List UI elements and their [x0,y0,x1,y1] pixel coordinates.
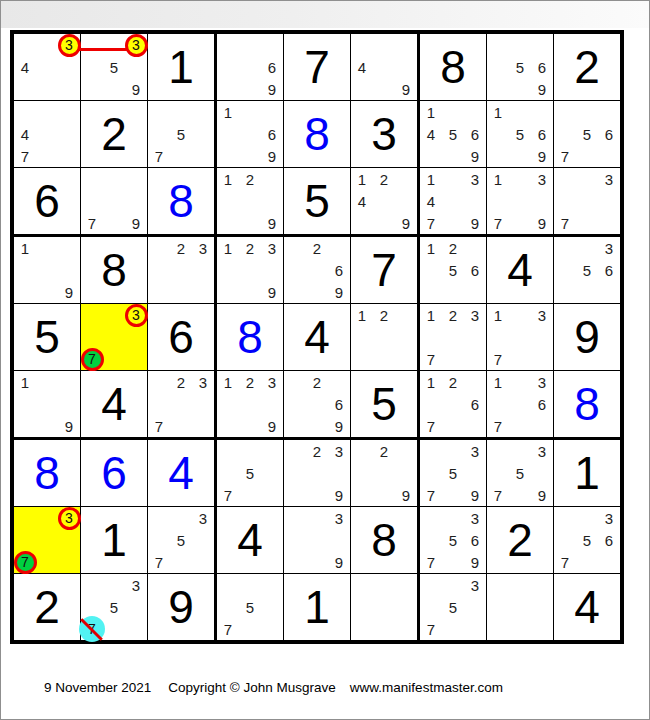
cell-r4c3[interactable]: 23 [148,237,217,304]
cell-r6c1[interactable]: 19 [14,371,81,440]
given-digit: 1 [284,574,350,640]
strike-line [80,618,103,641]
candidate-2: 2 [442,371,464,393]
cell-r5c9[interactable]: 9 [554,304,620,371]
candidate-9: 9 [464,484,486,506]
candidate-9: 9 [395,212,417,234]
candidate-7: 7 [420,551,442,573]
candidate-9: 9 [261,415,283,437]
candidate-6: 6 [328,259,350,281]
cell-r2c1[interactable]: 47 [14,101,81,168]
footer-copyright: Copyright © John Musgrave [168,680,336,695]
candidate-3: 3 [328,507,350,529]
candidate-2: 2 [373,168,395,190]
cell-r4c9[interactable]: 356 [554,237,620,304]
candidates: 569 [487,34,553,100]
candidate-5: 5 [170,123,192,145]
candidates: 57 [148,101,214,167]
cell-r5c1[interactable]: 5 [14,304,81,371]
candidate-1: 1 [487,371,509,393]
cell-r9c1[interactable]: 2 [14,574,81,640]
candidate-5: 5 [442,596,464,618]
footer-website: www.manifestmaster.com [350,680,503,695]
solved-digit: 8 [554,371,620,437]
candidate-4: 4 [420,190,442,212]
given-digit: 5 [14,304,80,370]
candidate-1: 1 [420,168,442,190]
candidate-5: 5 [576,259,598,281]
candidates: 57 [217,574,283,640]
candidates: 269 [284,237,350,303]
candidate-7: 7 [148,551,170,573]
given-digit: 9 [148,574,214,640]
candidate-3: 3 [531,440,553,462]
candidate-1: 1 [14,371,36,393]
candidate-9: 9 [531,145,553,167]
candidate-9: 9 [58,281,80,303]
candidate-3: 3 [192,371,214,393]
candidate-9: 9 [328,484,350,506]
candidate-9: 9 [531,78,553,100]
given-digit: 2 [14,574,80,640]
candidates: 79 [81,168,147,234]
solved-digit: 8 [284,101,350,167]
circled-candidate-3: 3 [125,304,148,327]
candidate-6: 6 [261,123,283,145]
cell-r9c6[interactable] [351,574,420,640]
candidate-4: 4 [14,123,36,145]
candidate-7: 7 [148,145,170,167]
cell-r2c8[interactable]: 1569 [487,101,554,168]
candidate-7: 7 [420,415,442,437]
circled-candidate-3: 3 [125,34,148,57]
cell-r8c1[interactable]: 37 [14,507,81,574]
cell-r6c6[interactable]: 5 [351,371,420,440]
top-gradient-bar [1,1,649,28]
candidate-1: 1 [420,237,442,259]
candidate-3: 3 [328,440,350,462]
candidate-1: 1 [420,304,442,326]
cell-r6c2[interactable]: 4 [81,371,148,440]
candidates: 137 [487,304,553,370]
solved-digit: 8 [148,168,214,234]
candidate-5: 5 [576,529,598,551]
cell-r1c7[interactable]: 8 [420,34,487,101]
cell-r7c3[interactable]: 4 [148,440,217,507]
given-digit: 6 [14,168,80,234]
cell-r9c9[interactable]: 4 [554,574,620,640]
given-digit: 3 [351,101,417,167]
candidate-2: 2 [373,440,395,462]
cell-r8c9[interactable]: 3567 [554,507,620,574]
candidate-7: 7 [217,618,239,640]
cell-r1c6[interactable]: 49 [351,34,420,101]
candidates: 1267 [420,371,486,437]
cell-r3c4[interactable]: 129 [217,168,284,237]
candidate-6: 6 [328,393,350,415]
given-digit: 8 [81,237,147,303]
candidate-1: 1 [420,101,442,123]
cell-r9c8[interactable] [487,574,554,640]
circled-candidate-7: 7 [81,348,104,371]
cell-r1c9[interactable]: 2 [554,34,620,101]
candidate-1: 1 [217,101,239,123]
candidate-7: 7 [217,484,239,506]
cell-r3c2[interactable]: 79 [81,168,148,237]
footer: 9 November 2021Copyright © John Musgrave… [44,680,503,695]
candidates: 34 [14,34,80,100]
candidates: 37 [14,507,80,573]
candidate-3: 3 [598,507,620,529]
cell-r9c5[interactable]: 1 [284,574,351,640]
cell-r4c6[interactable]: 7 [351,237,420,304]
candidate-7: 7 [487,348,509,370]
cell-r2c9[interactable]: 567 [554,101,620,168]
cell-r3c3[interactable]: 8 [148,168,217,237]
candidate-3: 3 [261,371,283,393]
candidates: 1239 [217,371,283,437]
given-digit: 4 [81,371,147,437]
given-digit: 6 [148,304,214,370]
candidate-6: 6 [531,393,553,415]
candidate-9: 9 [464,145,486,167]
candidate-5: 5 [442,529,464,551]
candidate-1: 1 [14,237,36,259]
candidates: 357 [420,574,486,640]
candidate-7: 7 [14,145,36,167]
page: 3435916974985692472571698314569156956767… [0,0,650,720]
candidates: 1256 [420,237,486,303]
candidate-9: 9 [261,78,283,100]
candidate-3: 3 [531,371,553,393]
candidates: 269 [284,371,350,437]
candidate-2: 2 [442,304,464,326]
candidates: 3579 [487,440,553,506]
candidate-9: 9 [395,484,417,506]
cell-r5c2[interactable]: 37 [81,304,148,371]
candidates: 1249 [351,168,417,234]
candidate-3: 3 [598,237,620,259]
given-digit: 4 [217,507,283,573]
candidate-2: 2 [170,237,192,259]
candidate-7: 7 [487,212,509,234]
candidates: 23 [148,237,214,303]
candidate-9: 9 [395,78,417,100]
candidate-3: 3 [598,168,620,190]
cell-r5c6[interactable]: 12 [351,304,420,371]
given-digit: 1 [148,34,214,100]
solved-digit: 4 [148,440,214,506]
candidate-1: 1 [217,168,239,190]
cell-r4c8[interactable]: 4 [487,237,554,304]
candidate-9: 9 [261,145,283,167]
candidate-5: 5 [170,529,192,551]
cell-r5c3[interactable]: 6 [148,304,217,371]
cell-r8c3[interactable]: 357 [148,507,217,574]
cell-r8c2[interactable]: 1 [81,507,148,574]
cell-r4c5[interactable]: 269 [284,237,351,304]
candidates: 1239 [217,237,283,303]
candidate-6: 6 [598,529,620,551]
candidate-1: 1 [487,304,509,326]
candidate-3: 3 [531,304,553,326]
given-digit: 5 [351,371,417,437]
given-digit: 1 [554,440,620,506]
candidate-2: 2 [442,237,464,259]
candidate-7: 7 [420,484,442,506]
cell-r1c1[interactable]: 34 [14,34,81,101]
candidate-1: 1 [217,371,239,393]
cell-r8c6[interactable]: 8 [351,507,420,574]
candidates: 129 [217,168,283,234]
cell-r3c8[interactable]: 1379 [487,168,554,237]
cell-r4c4[interactable]: 1239 [217,237,284,304]
candidate-5: 5 [442,462,464,484]
candidate-5: 5 [442,123,464,145]
cell-r6c9[interactable]: 8 [554,371,620,440]
candidate-3: 3 [464,440,486,462]
candidate-9: 9 [125,212,147,234]
circled-candidate-3: 3 [58,34,81,57]
cell-r7c8[interactable]: 3579 [487,440,554,507]
candidates: 3579 [420,440,486,506]
cell-r8c7[interactable]: 35679 [420,507,487,574]
candidate-7: 7 [554,145,576,167]
cell-r7c7[interactable]: 3579 [420,440,487,507]
candidate-5: 5 [239,462,261,484]
cell-r8c4[interactable]: 4 [217,507,284,574]
candidate-2: 2 [170,371,192,393]
cell-r1c8[interactable]: 569 [487,34,554,101]
candidate-7: 7 [420,618,442,640]
solved-digit: 8 [217,304,283,370]
candidate-6: 6 [531,123,553,145]
candidate-2: 2 [239,168,261,190]
candidate-3: 3 [125,574,147,596]
candidates: 1367 [487,371,553,437]
candidate-4: 4 [420,123,442,145]
given-digit: 9 [554,304,620,370]
given-digit: 8 [351,507,417,573]
candidate-9: 9 [125,78,147,100]
cell-r2c3[interactable]: 57 [148,101,217,168]
candidate-6: 6 [464,529,486,551]
candidate-7: 7 [487,484,509,506]
candidate-5: 5 [239,596,261,618]
candidate-5: 5 [509,56,531,78]
candidate-9: 9 [261,212,283,234]
given-digit: 4 [554,574,620,640]
candidate-6: 6 [464,393,486,415]
cell-r7c1[interactable]: 8 [14,440,81,507]
candidate-1: 1 [217,237,239,259]
cell-r9c7[interactable]: 357 [420,574,487,640]
cell-r6c4[interactable]: 1239 [217,371,284,440]
candidate-9: 9 [58,415,80,437]
candidates: 37 [554,168,620,234]
cell-r4c2[interactable]: 8 [81,237,148,304]
candidates: 357 [148,507,214,573]
candidates: 13479 [420,168,486,234]
candidates: 169 [217,101,283,167]
footer-date: 9 November 2021 [44,680,151,695]
cell-r3c5[interactable]: 5 [284,168,351,237]
cell-r4c1[interactable]: 19 [14,237,81,304]
candidates: 239 [284,440,350,506]
circled-candidate-3: 3 [58,507,81,530]
cell-r6c8[interactable]: 1367 [487,371,554,440]
candidates: 3567 [554,507,620,573]
candidate-9: 9 [261,281,283,303]
candidate-9: 9 [328,415,350,437]
cell-r3c1[interactable]: 6 [14,168,81,237]
candidate-5: 5 [509,462,531,484]
candidate-9: 9 [464,551,486,573]
candidates: 1237 [420,304,486,370]
candidate-2: 2 [306,237,328,259]
candidate-1: 1 [351,168,373,190]
candidate-1: 1 [420,371,442,393]
candidate-3: 3 [261,237,283,259]
candidate-5: 5 [509,123,531,145]
eliminated-candidate-7: 7 [79,616,105,642]
candidates: 356 [554,237,620,303]
candidate-3: 3 [464,507,486,529]
solved-digit: 6 [81,440,147,506]
candidate-5: 5 [442,259,464,281]
cell-r3c7[interactable]: 13479 [420,168,487,237]
given-digit: 5 [284,168,350,234]
candidate-5: 5 [103,596,125,618]
cell-r7c9[interactable]: 1 [554,440,620,507]
solved-digit: 8 [14,440,80,506]
candidates [351,574,417,640]
cell-r7c6[interactable]: 29 [351,440,420,507]
cell-r6c7[interactable]: 1267 [420,371,487,440]
candidates: 12 [351,304,417,370]
given-digit: 2 [487,507,553,573]
cell-r8c5[interactable]: 39 [284,507,351,574]
candidates: 14569 [420,101,486,167]
candidates: 35679 [420,507,486,573]
cell-r6c5[interactable]: 269 [284,371,351,440]
candidate-7: 7 [148,415,170,437]
cell-r9c4[interactable]: 57 [217,574,284,640]
given-digit: 2 [554,34,620,100]
cell-r2c2[interactable]: 2 [81,101,148,168]
candidates: 1379 [487,168,553,234]
cell-r7c5[interactable]: 239 [284,440,351,507]
candidate-9: 9 [328,281,350,303]
cell-r4c7[interactable]: 1256 [420,237,487,304]
given-digit: 2 [81,101,147,167]
candidates: 19 [14,237,80,303]
candidate-5: 5 [576,123,598,145]
candidates: 57 [217,440,283,506]
cell-r2c4[interactable]: 169 [217,101,284,168]
cell-r7c4[interactable]: 57 [217,440,284,507]
given-digit: 7 [351,237,417,303]
candidates [487,574,553,640]
cell-r6c3[interactable]: 237 [148,371,217,440]
candidate-9: 9 [328,551,350,573]
candidate-1: 1 [487,101,509,123]
cell-r5c5[interactable]: 4 [284,304,351,371]
cell-r1c2[interactable]: 359 [81,34,148,101]
cell-r1c5[interactable]: 7 [284,34,351,101]
candidates: 37 [81,304,147,370]
cell-r9c3[interactable]: 9 [148,574,217,640]
candidate-2: 2 [306,371,328,393]
candidate-6: 6 [598,123,620,145]
candidate-6: 6 [598,259,620,281]
candidate-7: 7 [81,212,103,234]
cell-r9c2[interactable]: 357 [81,574,148,640]
candidate-9: 9 [531,212,553,234]
candidate-7: 7 [487,415,509,437]
candidate-9: 9 [464,212,486,234]
given-digit: 4 [487,237,553,303]
candidates: 49 [351,34,417,100]
sudoku-grid: 3435916974985692472571698314569156956767… [10,30,624,644]
cell-r5c4[interactable]: 8 [217,304,284,371]
cell-r8c8[interactable]: 2 [487,507,554,574]
candidate-7: 7 [420,348,442,370]
candidate-6: 6 [464,123,486,145]
candidate-3: 3 [464,168,486,190]
given-digit: 1 [81,507,147,573]
candidate-7: 7 [554,551,576,573]
candidates: 237 [148,371,214,437]
candidate-4: 4 [351,56,373,78]
given-digit: 4 [284,304,350,370]
candidate-2: 2 [239,371,261,393]
cell-r2c6[interactable]: 3 [351,101,420,168]
candidate-1: 1 [351,304,373,326]
candidate-3: 3 [464,574,486,596]
candidate-4: 4 [14,56,36,78]
candidate-6: 6 [531,56,553,78]
given-digit: 7 [284,34,350,100]
circled-candidate-7: 7 [14,551,37,574]
cell-r5c7[interactable]: 1237 [420,304,487,371]
candidates: 39 [284,507,350,573]
candidates: 359 [81,34,147,100]
candidate-3: 3 [192,507,214,529]
candidate-4: 4 [351,190,373,212]
cell-r7c2[interactable]: 6 [81,440,148,507]
cell-r5c8[interactable]: 137 [487,304,554,371]
candidate-6: 6 [464,259,486,281]
cell-r2c7[interactable]: 14569 [420,101,487,168]
cell-r3c9[interactable]: 37 [554,168,620,237]
candidate-2: 2 [306,440,328,462]
candidates: 567 [554,101,620,167]
cell-r1c4[interactable]: 69 [217,34,284,101]
candidate-7: 7 [420,212,442,234]
candidate-3: 3 [464,304,486,326]
given-digit: 8 [420,34,486,100]
candidate-9: 9 [531,484,553,506]
cell-r1c3[interactable]: 1 [148,34,217,101]
cell-r2c5[interactable]: 8 [284,101,351,168]
candidate-3: 3 [531,168,553,190]
candidates: 1569 [487,101,553,167]
cell-r3c6[interactable]: 1249 [351,168,420,237]
candidates: 47 [14,101,80,167]
candidate-6: 6 [261,56,283,78]
candidate-7: 7 [554,212,576,234]
